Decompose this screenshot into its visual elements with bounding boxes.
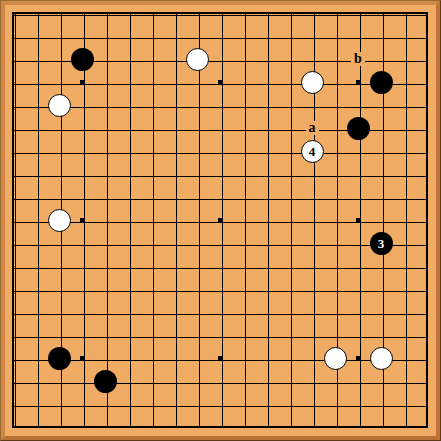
star-point-dot — [218, 80, 223, 85]
black-stone — [94, 370, 117, 393]
point-label-b: b — [347, 48, 370, 71]
star-point — [71, 209, 94, 232]
point-label-text-a: a — [306, 121, 319, 135]
black-stone-disc — [347, 117, 370, 140]
stone-layer: 43ab — [2, 2, 439, 439]
star-point-dot — [356, 80, 361, 85]
white-stone-number-4: 4 — [301, 140, 324, 163]
black-stone — [370, 71, 393, 94]
white-stone — [48, 94, 71, 117]
star-point — [71, 71, 94, 94]
black-stone — [347, 117, 370, 140]
white-stone-disc — [301, 71, 324, 94]
star-point-dot — [80, 80, 85, 85]
star-point — [209, 209, 232, 232]
go-board-diagram: 43ab — [0, 0, 441, 441]
white-stone-disc — [48, 209, 71, 232]
star-point — [347, 347, 370, 370]
white-stone-disc — [370, 347, 393, 370]
black-stone-disc — [94, 370, 117, 393]
star-point-dot — [80, 356, 85, 361]
point-label-text-b: b — [351, 52, 365, 66]
black-stone-number-3: 3 — [370, 232, 393, 255]
star-point — [347, 209, 370, 232]
star-point-dot — [80, 218, 85, 223]
star-point-dot — [356, 218, 361, 223]
white-stone-numbered: 4 — [301, 140, 324, 163]
white-stone-disc — [324, 347, 347, 370]
black-stone — [48, 347, 71, 370]
white-stone — [370, 347, 393, 370]
white-stone — [186, 48, 209, 71]
star-point-dot — [218, 218, 223, 223]
white-stone — [301, 71, 324, 94]
white-stone — [48, 209, 71, 232]
white-stone — [324, 347, 347, 370]
point-label-a: a — [301, 117, 324, 140]
star-point — [209, 71, 232, 94]
white-stone-disc — [48, 94, 71, 117]
black-stone-disc — [71, 48, 94, 71]
black-stone-numbered: 3 — [370, 232, 393, 255]
black-stone-disc — [370, 71, 393, 94]
star-point-dot — [356, 356, 361, 361]
white-stone-disc — [186, 48, 209, 71]
black-stone-disc — [48, 347, 71, 370]
star-point — [209, 347, 232, 370]
star-point — [71, 347, 94, 370]
black-stone — [71, 48, 94, 71]
star-point-dot — [218, 356, 223, 361]
star-point — [347, 71, 370, 94]
